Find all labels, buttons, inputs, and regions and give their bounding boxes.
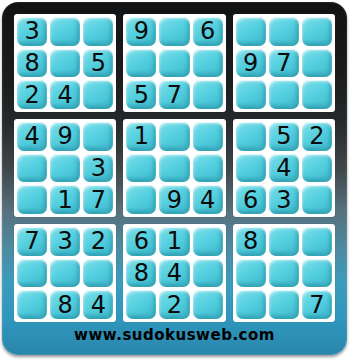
cell-r7c6[interactable] [193,227,223,256]
given-digit: 2 [91,229,106,253]
cell-r3c8[interactable] [269,80,299,109]
given-digit: 6 [134,229,149,253]
given-digit: 3 [24,19,39,43]
box-1-2: 9657 [123,14,225,112]
cell-r7c3[interactable]: 2 [83,227,113,256]
given-digit: 3 [276,188,291,212]
cell-r5c1[interactable] [17,154,47,183]
sudoku-board: 385249657974931719452463732846184287 [14,14,335,322]
cell-r1c7[interactable] [236,17,266,46]
cell-r6c6[interactable]: 4 [193,185,223,214]
cell-r3c6[interactable] [193,80,223,109]
given-digit: 9 [167,188,182,212]
box-3-3: 87 [233,224,335,322]
cell-r8c9[interactable] [302,259,332,288]
box-2-1: 49317 [14,119,116,217]
cell-r4c4[interactable]: 1 [126,122,156,151]
box-3-1: 73284 [14,224,116,322]
box-2-2: 194 [123,119,225,217]
cell-r7c4[interactable]: 6 [126,227,156,256]
given-digit: 4 [91,293,106,317]
cell-r1c1[interactable]: 3 [17,17,47,46]
cell-r4c1[interactable]: 4 [17,122,47,151]
cell-r9c6[interactable] [193,290,223,319]
cell-r9c5[interactable]: 2 [159,290,189,319]
given-digit: 5 [91,51,106,75]
cell-r4c3[interactable] [83,122,113,151]
cell-r7c2[interactable]: 3 [50,227,80,256]
cell-r2c8[interactable]: 7 [269,49,299,78]
cell-r1c3[interactable] [83,17,113,46]
given-digit: 8 [58,293,73,317]
box-1-1: 38524 [14,14,116,112]
cell-r8c4[interactable]: 8 [126,259,156,288]
cell-r3c2[interactable]: 4 [50,80,80,109]
given-digit: 7 [24,229,39,253]
given-digit: 5 [134,83,149,107]
cell-r9c1[interactable] [17,290,47,319]
given-digit: 4 [200,188,215,212]
cell-r2c7[interactable]: 9 [236,49,266,78]
cell-r6c5[interactable]: 9 [159,185,189,214]
given-digit: 8 [134,261,149,285]
cell-r2c2[interactable] [50,49,80,78]
box-2-3: 52463 [233,119,335,217]
cell-r4c2[interactable]: 9 [50,122,80,151]
cell-r1c9[interactable] [302,17,332,46]
cell-r5c5[interactable] [159,154,189,183]
cell-r1c8[interactable] [269,17,299,46]
cell-r2c6[interactable] [193,49,223,78]
cell-r3c9[interactable] [302,80,332,109]
box-1-3: 97 [233,14,335,112]
cell-r6c3[interactable]: 7 [83,185,113,214]
given-digit: 3 [91,156,106,180]
given-digit: 7 [276,51,291,75]
cell-r7c7[interactable]: 8 [236,227,266,256]
cell-r2c1[interactable]: 8 [17,49,47,78]
given-digit: 4 [276,156,291,180]
cell-r1c5[interactable] [159,17,189,46]
given-digit: 7 [91,188,106,212]
cell-r8c3[interactable] [83,259,113,288]
cell-r9c2[interactable]: 8 [50,290,80,319]
cell-r6c7[interactable]: 6 [236,185,266,214]
given-digit: 5 [276,124,291,148]
given-digit: 4 [167,261,182,285]
cell-r3c3[interactable] [83,80,113,109]
cell-r9c7[interactable] [236,290,266,319]
cell-r8c2[interactable] [50,259,80,288]
cell-r7c8[interactable] [269,227,299,256]
cell-r4c7[interactable] [236,122,266,151]
given-digit: 8 [24,51,39,75]
cell-r2c3[interactable]: 5 [83,49,113,78]
cell-r2c5[interactable] [159,49,189,78]
given-digit: 4 [58,83,73,107]
cell-r5c6[interactable] [193,154,223,183]
cell-r5c8[interactable]: 4 [269,154,299,183]
cell-r7c1[interactable]: 7 [17,227,47,256]
cell-r8c8[interactable] [269,259,299,288]
cell-r5c2[interactable] [50,154,80,183]
given-digit: 9 [58,124,73,148]
cell-r5c7[interactable] [236,154,266,183]
cell-r1c6[interactable]: 6 [193,17,223,46]
sudoku-plaque: 385249657974931719452463732846184287 www… [2,2,347,355]
given-digit: 2 [167,293,182,317]
cell-r7c5[interactable]: 1 [159,227,189,256]
cell-r6c2[interactable]: 1 [50,185,80,214]
given-digit: 7 [167,83,182,107]
given-digit: 6 [243,188,258,212]
cell-r8c5[interactable]: 4 [159,259,189,288]
given-digit: 1 [167,229,182,253]
given-digit: 8 [243,229,258,253]
given-digit: 1 [58,188,73,212]
cell-r1c2[interactable] [50,17,80,46]
cell-r7c9[interactable] [302,227,332,256]
cell-r5c4[interactable] [126,154,156,183]
box-3-2: 61842 [123,224,225,322]
given-digit: 9 [243,51,258,75]
cell-r4c9[interactable]: 2 [302,122,332,151]
given-digit: 2 [309,124,324,148]
cell-r5c9[interactable] [302,154,332,183]
cell-r8c6[interactable] [193,259,223,288]
cell-r9c9[interactable]: 7 [302,290,332,319]
cell-r5c3[interactable]: 3 [83,154,113,183]
cell-r4c5[interactable] [159,122,189,151]
cell-r3c4[interactable]: 5 [126,80,156,109]
given-digit: 1 [134,124,149,148]
cell-r2c4[interactable] [126,49,156,78]
website-url: www.sudokusweb.com [2,326,347,348]
cell-r6c1[interactable] [17,185,47,214]
cell-r4c6[interactable] [193,122,223,151]
cell-r9c8[interactable] [269,290,299,319]
cell-r6c8[interactable]: 3 [269,185,299,214]
cell-r2c9[interactable] [302,49,332,78]
given-digit: 7 [309,293,324,317]
given-digit: 3 [58,229,73,253]
cell-r3c1[interactable]: 2 [17,80,47,109]
cell-r8c1[interactable] [17,259,47,288]
cell-r9c4[interactable] [126,290,156,319]
cell-r3c5[interactable]: 7 [159,80,189,109]
cell-r9c3[interactable]: 4 [83,290,113,319]
cell-r6c9[interactable] [302,185,332,214]
cell-r1c4[interactable]: 9 [126,17,156,46]
given-digit: 9 [134,19,149,43]
cell-r3c7[interactable] [236,80,266,109]
given-digit: 2 [24,83,39,107]
given-digit: 6 [200,19,215,43]
cell-r4c8[interactable]: 5 [269,122,299,151]
cell-r8c7[interactable] [236,259,266,288]
cell-r6c4[interactable] [126,185,156,214]
given-digit: 4 [24,124,39,148]
